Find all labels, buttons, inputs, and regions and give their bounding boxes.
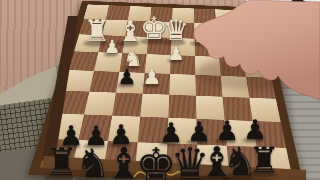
player-hand — [0, 0, 320, 180]
chess-video-frame: ♜♝♚♛♝♟♟♞♟♟♟♟♟♟♟♟♟♜♞♝♚♛♝♞♜ — [0, 0, 320, 180]
hand-silhouette — [194, 0, 320, 100]
